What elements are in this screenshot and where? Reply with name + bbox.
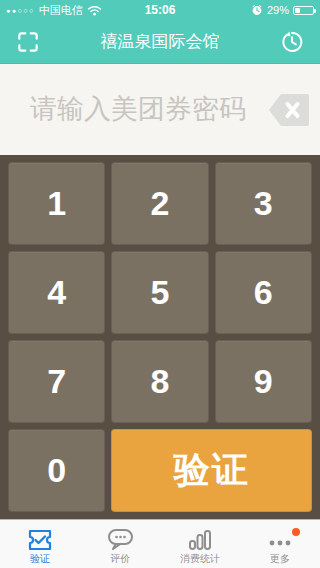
status-bar: ●●○○○ 中国电信 15:06 29% [0, 0, 320, 20]
key-2[interactable]: 2 [111, 162, 208, 245]
page-title: 禧温泉国际会馆 [0, 30, 320, 53]
key-5[interactable]: 5 [111, 251, 208, 334]
history-button[interactable] [274, 24, 310, 60]
history-clock-icon [280, 30, 304, 54]
clear-backspace-icon [268, 93, 310, 127]
battery-percent-label: 29% [267, 4, 289, 16]
wifi-icon [87, 5, 102, 16]
tab-statistics[interactable]: 消费统计 [160, 520, 240, 568]
key-0[interactable]: 0 [8, 429, 105, 512]
coupon-input-area [0, 64, 320, 155]
status-left-cluster: ●●○○○ 中国电信 [6, 3, 102, 18]
key-4[interactable]: 4 [8, 251, 105, 334]
key-8[interactable]: 8 [111, 340, 208, 423]
key-1[interactable]: 1 [8, 162, 105, 245]
verify-button[interactable]: 验证 [111, 429, 312, 512]
scan-button[interactable] [10, 24, 46, 60]
ticket-check-icon [26, 528, 54, 552]
app-screen: ●●○○○ 中国电信 15:06 29% 禧温泉国际会馆 [0, 0, 320, 568]
tab-reviews-label: 评价 [110, 554, 130, 564]
tab-bar: 验证 评价 消费统计 [0, 519, 320, 568]
tab-verify-label: 验证 [30, 554, 50, 564]
battery-icon [293, 6, 314, 15]
tab-verify[interactable]: 验证 [0, 520, 80, 568]
signal-strength-icon: ●●○○○ [6, 6, 35, 14]
carrier-label: 中国电信 [39, 3, 83, 18]
ellipsis-more-icon [266, 528, 294, 552]
key-7[interactable]: 7 [8, 340, 105, 423]
alarm-clock-icon [251, 4, 263, 16]
key-9[interactable]: 9 [215, 340, 312, 423]
bar-chart-icon [188, 528, 212, 552]
speech-bubble-icon [107, 528, 134, 552]
key-6[interactable]: 6 [215, 251, 312, 334]
scan-viewfinder-icon [15, 29, 41, 55]
tab-reviews[interactable]: 评价 [80, 520, 160, 568]
key-3[interactable]: 3 [215, 162, 312, 245]
numeric-keypad: 1 2 3 4 5 6 7 8 9 0 验证 [0, 155, 320, 519]
tab-statistics-label: 消费统计 [180, 554, 220, 564]
tab-more-label: 更多 [270, 554, 290, 564]
status-right-cluster: 29% [251, 4, 314, 16]
tab-more[interactable]: 更多 [240, 520, 320, 568]
notification-badge [292, 528, 300, 536]
nav-bar: 禧温泉国际会馆 [0, 20, 320, 64]
clear-input-button[interactable] [268, 93, 310, 127]
